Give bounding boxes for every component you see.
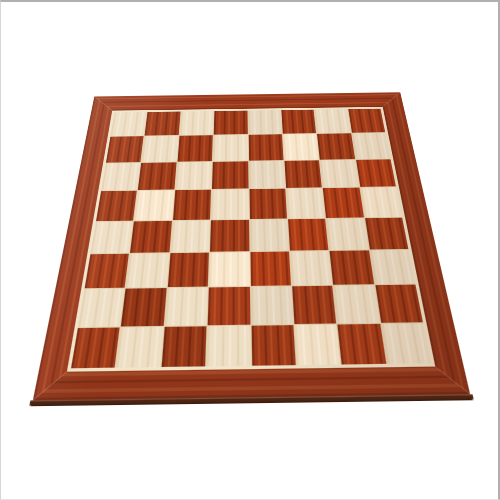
square-e5: [249, 189, 287, 219]
square-h3: [370, 250, 416, 285]
board-grid: [71, 109, 431, 369]
square-g2: [334, 285, 380, 323]
square-f5: [286, 188, 325, 218]
square-c6: [175, 162, 212, 190]
square-g4: [326, 218, 368, 250]
square-a8: [110, 112, 147, 136]
square-e7: [248, 135, 283, 161]
square-b1: [116, 327, 163, 368]
square-d6: [212, 161, 248, 189]
square-h7: [352, 133, 391, 159]
square-d8: [214, 111, 248, 135]
square-a2: [78, 289, 125, 327]
square-d3: [209, 252, 249, 287]
chess-board: [33, 92, 470, 400]
square-e4: [250, 219, 289, 251]
square-a6: [101, 163, 140, 191]
square-c7: [177, 136, 213, 162]
square-f7: [283, 134, 319, 160]
square-c4: [170, 220, 210, 252]
square-h8: [348, 109, 385, 133]
square-b3: [126, 253, 169, 288]
square-a3: [85, 254, 130, 289]
square-h6: [356, 159, 396, 187]
square-f2: [292, 286, 336, 324]
product-photo: [0, 0, 500, 500]
square-a7: [106, 136, 144, 162]
square-a1: [71, 327, 120, 368]
square-f4: [288, 218, 329, 250]
square-c2: [165, 288, 208, 326]
square-e8: [248, 110, 282, 134]
square-b5: [134, 190, 174, 220]
square-c5: [173, 190, 211, 220]
square-e1: [251, 325, 296, 366]
square-f3: [290, 251, 332, 286]
square-f8: [281, 110, 316, 134]
square-h4: [365, 217, 409, 249]
board-perspective-wrapper: [67, 37, 432, 402]
square-g5: [323, 188, 363, 218]
square-d1: [206, 325, 250, 366]
square-h1: [381, 323, 431, 364]
square-b4: [130, 220, 171, 252]
square-g6: [320, 160, 359, 188]
square-d2: [208, 287, 250, 325]
square-g1: [338, 324, 386, 365]
square-f6: [284, 160, 322, 188]
square-f1: [294, 324, 340, 365]
square-c1: [161, 326, 206, 367]
square-c8: [179, 111, 213, 135]
square-g7: [317, 134, 354, 160]
square-d5: [211, 189, 248, 219]
square-h5: [360, 187, 402, 217]
square-b7: [142, 136, 179, 162]
square-d7: [213, 135, 248, 161]
square-b8: [145, 112, 180, 136]
square-e2: [250, 287, 293, 325]
square-b2: [121, 288, 166, 326]
square-b6: [138, 162, 176, 190]
square-c3: [168, 253, 210, 288]
square-a5: [96, 191, 137, 221]
square-h2: [375, 285, 423, 323]
square-e6: [249, 161, 285, 189]
square-a4: [91, 221, 134, 253]
square-g3: [330, 250, 374, 285]
square-g8: [315, 109, 351, 133]
square-d4: [210, 219, 249, 251]
square-e3: [250, 251, 291, 286]
